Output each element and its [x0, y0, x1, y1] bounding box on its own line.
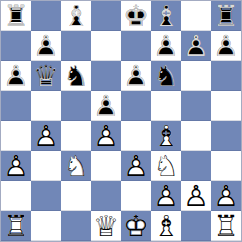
- square-a2[interactable]: [1, 181, 31, 211]
- piece-black-queen-b6[interactable]: ♛: [31, 61, 61, 91]
- square-g4[interactable]: [181, 121, 211, 151]
- square-h5[interactable]: [211, 91, 241, 121]
- piece-white-bishop-f4[interactable]: ♝: [151, 121, 181, 151]
- square-b3[interactable]: [31, 151, 61, 181]
- square-d3[interactable]: [91, 151, 121, 181]
- square-b7[interactable]: ♟: [31, 31, 61, 61]
- piece-white-pawn-g2[interactable]: ♟: [181, 181, 211, 211]
- piece-black-pawn-e6[interactable]: ♟: [121, 61, 151, 91]
- piece-white-pawn-h2[interactable]: ♟: [211, 181, 241, 211]
- piece-black-knight-f6[interactable]: ♞: [151, 61, 181, 91]
- square-e8[interactable]: ♚: [121, 1, 151, 31]
- piece-white-pawn-f2[interactable]: ♟: [151, 181, 181, 211]
- square-g5[interactable]: [181, 91, 211, 121]
- square-c2[interactable]: [61, 181, 91, 211]
- square-a1[interactable]: ♜: [1, 211, 31, 241]
- piece-white-pawn-d4[interactable]: ♟: [91, 121, 121, 151]
- chess-board-container: ♜♝♚♝♜♟♟♟♟♟♛♞♟♞♟♟♟♝♟♞♟♞♟♟♟♜♛♚♝♜: [0, 0, 242, 242]
- square-h7[interactable]: ♟: [211, 31, 241, 61]
- square-a5[interactable]: [1, 91, 31, 121]
- square-a7[interactable]: [1, 31, 31, 61]
- square-g7[interactable]: ♟: [181, 31, 211, 61]
- square-h8[interactable]: ♜: [211, 1, 241, 31]
- square-d2[interactable]: [91, 181, 121, 211]
- square-g3[interactable]: [181, 151, 211, 181]
- square-b6[interactable]: ♛: [31, 61, 61, 91]
- square-h1[interactable]: ♜: [211, 211, 241, 241]
- square-b2[interactable]: [31, 181, 61, 211]
- piece-black-pawn-g7[interactable]: ♟: [181, 31, 211, 61]
- square-g8[interactable]: [181, 1, 211, 31]
- piece-white-pawn-b4[interactable]: ♟: [31, 121, 61, 151]
- piece-white-knight-c3[interactable]: ♞: [61, 151, 91, 181]
- square-c5[interactable]: [61, 91, 91, 121]
- piece-white-pawn-a3[interactable]: ♟: [1, 151, 31, 181]
- square-g1[interactable]: [181, 211, 211, 241]
- square-e2[interactable]: [121, 181, 151, 211]
- piece-black-pawn-h7[interactable]: ♟: [211, 31, 241, 61]
- square-g2[interactable]: ♟: [181, 181, 211, 211]
- piece-white-rook-a1[interactable]: ♜: [1, 211, 31, 241]
- square-f2[interactable]: ♟: [151, 181, 181, 211]
- square-a8[interactable]: ♜: [1, 1, 31, 31]
- square-g6[interactable]: [181, 61, 211, 91]
- piece-white-queen-d1[interactable]: ♛: [91, 211, 121, 241]
- square-c1[interactable]: [61, 211, 91, 241]
- piece-black-bishop-f8[interactable]: ♝: [151, 1, 181, 31]
- piece-black-pawn-a6[interactable]: ♟: [1, 61, 31, 91]
- square-e7[interactable]: [121, 31, 151, 61]
- square-f6[interactable]: ♞: [151, 61, 181, 91]
- square-d4[interactable]: ♟: [91, 121, 121, 151]
- square-b4[interactable]: ♟: [31, 121, 61, 151]
- piece-black-bishop-c8[interactable]: ♝: [61, 1, 91, 31]
- square-d6[interactable]: [91, 61, 121, 91]
- square-f8[interactable]: ♝: [151, 1, 181, 31]
- square-h6[interactable]: [211, 61, 241, 91]
- piece-white-bishop-f1[interactable]: ♝: [151, 211, 181, 241]
- square-b1[interactable]: [31, 211, 61, 241]
- square-d1[interactable]: ♛: [91, 211, 121, 241]
- piece-white-pawn-e3[interactable]: ♟: [121, 151, 151, 181]
- piece-black-pawn-f7[interactable]: ♟: [151, 31, 181, 61]
- piece-black-rook-h8[interactable]: ♜: [211, 1, 241, 31]
- square-d8[interactable]: [91, 1, 121, 31]
- square-f7[interactable]: ♟: [151, 31, 181, 61]
- square-a3[interactable]: ♟: [1, 151, 31, 181]
- square-f1[interactable]: ♝: [151, 211, 181, 241]
- square-e3[interactable]: ♟: [121, 151, 151, 181]
- piece-black-pawn-b7[interactable]: ♟: [31, 31, 61, 61]
- square-h3[interactable]: [211, 151, 241, 181]
- piece-black-rook-a8[interactable]: ♜: [1, 1, 31, 31]
- piece-black-king-e8[interactable]: ♚: [121, 1, 151, 31]
- square-f4[interactable]: ♝: [151, 121, 181, 151]
- chess-board: ♜♝♚♝♜♟♟♟♟♟♛♞♟♞♟♟♟♝♟♞♟♞♟♟♟♜♛♚♝♜: [0, 0, 242, 242]
- square-b5[interactable]: [31, 91, 61, 121]
- square-b8[interactable]: [31, 1, 61, 31]
- square-e1[interactable]: ♚: [121, 211, 151, 241]
- square-d7[interactable]: [91, 31, 121, 61]
- square-h2[interactable]: ♟: [211, 181, 241, 211]
- square-e4[interactable]: [121, 121, 151, 151]
- square-f5[interactable]: [151, 91, 181, 121]
- square-c6[interactable]: ♞: [61, 61, 91, 91]
- piece-white-king-e1[interactable]: ♚: [121, 211, 151, 241]
- square-e6[interactable]: ♟: [121, 61, 151, 91]
- square-a6[interactable]: ♟: [1, 61, 31, 91]
- piece-black-knight-c6[interactable]: ♞: [61, 61, 91, 91]
- square-c4[interactable]: [61, 121, 91, 151]
- square-e5[interactable]: [121, 91, 151, 121]
- square-c8[interactable]: ♝: [61, 1, 91, 31]
- square-f3[interactable]: ♞: [151, 151, 181, 181]
- square-c7[interactable]: [61, 31, 91, 61]
- piece-white-knight-f3[interactable]: ♞: [151, 151, 181, 181]
- piece-white-rook-h1[interactable]: ♜: [211, 211, 241, 241]
- square-c3[interactable]: ♞: [61, 151, 91, 181]
- square-d5[interactable]: ♟: [91, 91, 121, 121]
- piece-black-pawn-d5[interactable]: ♟: [91, 91, 121, 121]
- square-h4[interactable]: [211, 121, 241, 151]
- square-a4[interactable]: [1, 121, 31, 151]
